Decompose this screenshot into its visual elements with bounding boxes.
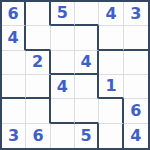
cell-r1c3[interactable]: 5 xyxy=(51,2,75,26)
cell-r6c6[interactable]: 4 xyxy=(124,124,148,148)
cell-r4c2[interactable] xyxy=(26,75,50,99)
cell-r3c3[interactable] xyxy=(51,51,75,75)
cell-r4c6[interactable] xyxy=(124,75,148,99)
given-digit: 5 xyxy=(81,128,92,144)
cell-r5c4[interactable] xyxy=(75,99,99,123)
given-digit: 3 xyxy=(130,6,141,22)
cell-r2c1[interactable]: 4 xyxy=(2,26,26,50)
cell-r3c4[interactable]: 4 xyxy=(75,51,99,75)
cell-r1c1[interactable]: 6 xyxy=(2,2,26,26)
cell-r5c5[interactable] xyxy=(99,99,123,123)
given-digit: 4 xyxy=(81,54,92,70)
cell-r2c4[interactable] xyxy=(75,26,99,50)
board: 65434244163654 xyxy=(0,0,150,150)
cell-r1c2[interactable] xyxy=(26,2,50,26)
given-digit: 1 xyxy=(105,78,116,94)
cell-r3c6[interactable] xyxy=(124,51,148,75)
cell-r2c5[interactable] xyxy=(99,26,123,50)
cell-r1c6[interactable]: 3 xyxy=(124,2,148,26)
given-digit: 3 xyxy=(8,128,19,144)
cell-r4c1[interactable] xyxy=(2,75,26,99)
cell-r6c4[interactable]: 5 xyxy=(75,124,99,148)
cell-r5c3[interactable] xyxy=(51,99,75,123)
puzzle-stage: 65434244163654 xyxy=(0,0,150,150)
given-digit: 4 xyxy=(105,6,116,22)
given-digit: 2 xyxy=(32,54,43,70)
cell-r1c4[interactable] xyxy=(75,2,99,26)
cell-r3c5[interactable] xyxy=(99,51,123,75)
cell-r6c2[interactable]: 6 xyxy=(26,124,50,148)
cell-r5c2[interactable] xyxy=(26,99,50,123)
given-digit: 5 xyxy=(57,5,68,21)
given-digit: 4 xyxy=(57,79,68,95)
given-digit: 4 xyxy=(130,128,141,144)
cell-r5c6[interactable]: 6 xyxy=(124,99,148,123)
cell-r4c3[interactable]: 4 xyxy=(51,75,75,99)
cell-r2c3[interactable] xyxy=(51,26,75,50)
cell-r6c1[interactable]: 3 xyxy=(2,124,26,148)
given-digit: 4 xyxy=(8,30,19,46)
cell-r1c5[interactable]: 4 xyxy=(99,2,123,26)
cell-r3c1[interactable] xyxy=(2,51,26,75)
cell-r4c5[interactable]: 1 xyxy=(99,75,123,99)
cell-r2c2[interactable] xyxy=(26,26,50,50)
given-digit: 6 xyxy=(130,103,141,119)
cell-r6c3[interactable] xyxy=(51,124,75,148)
cell-r6c5[interactable] xyxy=(99,124,123,148)
cell-r2c6[interactable] xyxy=(124,26,148,50)
cell-r4c4[interactable] xyxy=(75,75,99,99)
cell-r5c1[interactable] xyxy=(2,99,26,123)
given-digit: 6 xyxy=(8,6,19,22)
given-digit: 6 xyxy=(32,128,43,144)
cell-r3c2[interactable]: 2 xyxy=(26,51,50,75)
